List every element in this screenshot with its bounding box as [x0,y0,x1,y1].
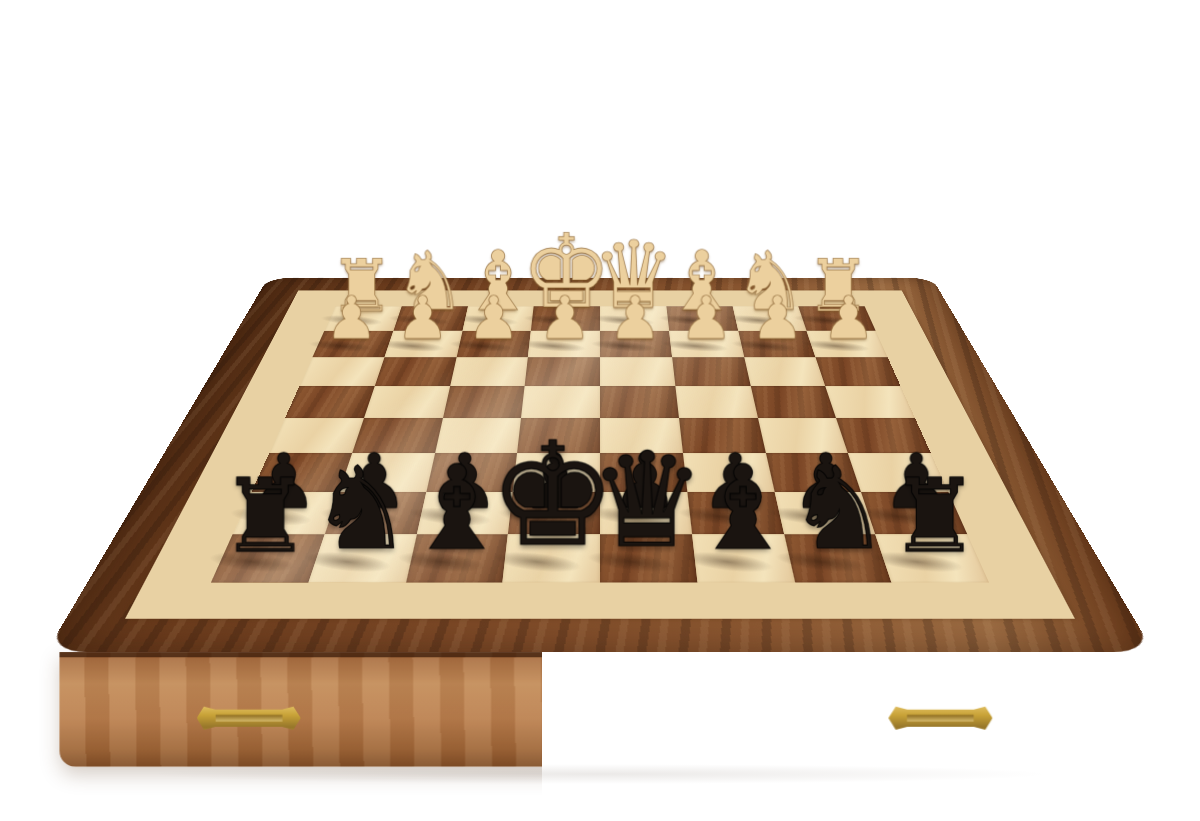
square-f3 [450,357,528,386]
square-c2: ♟ [669,331,744,358]
square-c8: ♝ [692,534,795,582]
square-f2: ♟ [456,331,531,358]
black-queen: ♛ [589,435,706,566]
black-bishop: ♝ [691,450,795,566]
square-d2: ♟ [600,331,672,358]
white-pawn: ♟ [325,289,378,348]
white-pawn: ♟ [609,289,662,348]
white-pawn: ♟ [680,289,733,348]
black-knight: ♞ [310,452,412,566]
black-knight: ♞ [788,452,890,566]
white-pawn: ♟ [538,289,591,348]
brass-latch-left-icon [197,703,301,734]
square-h2: ♟ [312,331,393,358]
square-h4 [285,386,374,418]
square-a2: ♟ [807,331,888,358]
box-front [59,652,1140,767]
brass-latch-right-icon [888,703,992,734]
square-c4 [675,386,757,418]
square-b3 [744,357,826,386]
square-d3 [600,357,675,386]
scene: ♜♞♝♚♛♝♞♜♟♟♟♟♟♟♟♟♟♟♟♟♟♟♟♟♜♞♝♚♛♝♞♜ [0,0,1200,821]
board-frame: ♜♞♝♚♛♝♞♜♟♟♟♟♟♟♟♟♟♟♟♟♟♟♟♟♜♞♝♚♛♝♞♜ [46,278,1154,652]
square-g4 [364,386,450,418]
square-e2: ♟ [528,331,600,358]
square-a4 [826,386,915,418]
photo-canvas: ♜♞♝♚♛♝♞♜♟♟♟♟♟♟♟♟♟♟♟♟♟♟♟♟♜♞♝♚♛♝♞♜ [0,0,1200,821]
square-b8: ♞ [784,534,892,582]
square-e8: ♚ [503,534,600,582]
black-rook: ♜ [220,465,311,567]
square-e3 [525,357,600,386]
square-g3 [374,357,456,386]
white-pawn: ♟ [751,289,804,348]
square-h8: ♜ [211,534,324,582]
white-pawn: ♟ [396,289,449,348]
square-h3 [299,357,384,386]
square-d8: ♛ [600,534,697,582]
chess-board-box: ♜♞♝♚♛♝♞♜♟♟♟♟♟♟♟♟♟♟♟♟♟♟♟♟♜♞♝♚♛♝♞♜ [46,278,1154,652]
square-c3 [672,357,750,386]
board-grid: ♜♞♝♚♛♝♞♜♟♟♟♟♟♟♟♟♟♟♟♟♟♟♟♟♜♞♝♚♛♝♞♜ [211,306,989,582]
square-b4 [750,386,836,418]
white-pawn: ♟ [822,289,875,348]
square-a8: ♜ [876,534,989,582]
square-g2: ♟ [384,331,462,358]
square-a3 [816,357,901,386]
square-b2: ♟ [738,331,816,358]
white-pawn: ♟ [467,289,520,348]
square-g8: ♞ [308,534,416,582]
ground-shadow [150,764,1050,784]
board-inlay: ♜♞♝♚♛♝♞♜♟♟♟♟♟♟♟♟♟♟♟♟♟♟♟♟♜♞♝♚♛♝♞♜ [125,290,1075,618]
black-rook: ♜ [888,465,979,567]
